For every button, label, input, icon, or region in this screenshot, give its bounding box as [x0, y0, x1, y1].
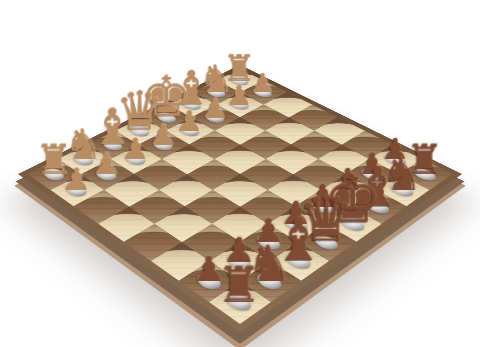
chrome-base: [333, 181, 362, 198]
chrome-base: [311, 232, 342, 252]
chrome-base: [202, 110, 228, 124]
square-g8: ♞: [376, 174, 430, 206]
chrome-base: [227, 74, 252, 86]
piece-black-pawn-h7: ♟: [360, 93, 430, 165]
chrome-base: [358, 166, 387, 182]
chrome-base: [253, 232, 284, 252]
chrome-base: [127, 123, 153, 138]
chrome-base: [338, 214, 369, 233]
chrome-base: [204, 86, 229, 99]
chrome-base: [411, 166, 440, 182]
chrome-base: [179, 98, 204, 111]
chrome-base: [122, 151, 149, 167]
chrome-base: [63, 181, 91, 198]
perspective-scene: ♜♟♟♜♞♟♟♞♝♟♟♝♚♟♟♚♛♟♟♛♝♟♟♝♞♟♟♞♜♟♟♜: [0, 0, 480, 347]
chrome-base: [224, 250, 256, 271]
chrome-base: [381, 151, 409, 167]
chrome-base: [250, 86, 275, 99]
chrome-base: [99, 137, 126, 152]
chrome-base: [223, 290, 256, 313]
chess-board: ♜♟♟♜♞♟♟♞♝♟♟♝♚♟♟♚♛♟♟♛♝♟♟♝♞♟♟♞♜♟♟♜: [18, 64, 462, 332]
chrome-base: [40, 166, 67, 182]
chrome-base: [154, 110, 180, 124]
chrome-base: [70, 151, 97, 167]
chrome-base: [281, 214, 312, 233]
chrome-base: [387, 181, 417, 198]
chrome-base: [308, 197, 338, 215]
chrome-base: [93, 166, 121, 182]
chrome-base: [150, 137, 177, 152]
product-photo-canvas: ♜♟♟♜♞♟♟♞♝♟♟♝♚♟♟♚♛♟♟♛♝♟♟♝♞♟♟♞♜♟♟♜: [0, 0, 480, 347]
chrome-base: [227, 98, 252, 111]
chrome-base: [177, 123, 203, 138]
chrome-base: [193, 270, 225, 292]
chrome-base: [254, 270, 287, 292]
chrome-base: [363, 197, 393, 215]
square-a2: ♟: [50, 174, 104, 206]
chrome-base: [283, 250, 315, 271]
